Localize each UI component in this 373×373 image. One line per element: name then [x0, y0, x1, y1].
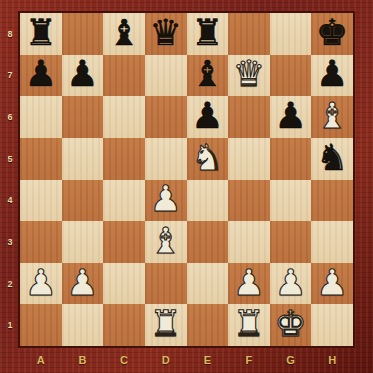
rank-label-2: 2: [0, 263, 20, 305]
piece-white-rook[interactable]: ♜: [150, 306, 182, 342]
square-f7[interactable]: ♛: [228, 55, 270, 97]
square-g7[interactable]: [270, 55, 312, 97]
square-b1[interactable]: [62, 304, 104, 346]
square-a2[interactable]: ♟: [20, 263, 62, 305]
file-label-a: A: [20, 346, 62, 373]
square-e6[interactable]: ♟: [187, 96, 229, 138]
square-e3[interactable]: [187, 221, 229, 263]
square-f6[interactable]: [228, 96, 270, 138]
square-c7[interactable]: [103, 55, 145, 97]
piece-black-knight[interactable]: ♞: [316, 140, 348, 176]
piece-white-pawn[interactable]: ♟: [150, 181, 182, 217]
square-d6[interactable]: [145, 96, 187, 138]
piece-black-pawn[interactable]: ♟: [25, 56, 57, 92]
square-a3[interactable]: [20, 221, 62, 263]
square-e8[interactable]: ♜: [187, 13, 229, 55]
rank-label-8: 8: [0, 13, 20, 55]
rank-label-3: 3: [0, 221, 20, 263]
piece-black-pawn[interactable]: ♟: [66, 56, 98, 92]
square-e5[interactable]: ♞: [187, 138, 229, 180]
square-d1[interactable]: ♜: [145, 304, 187, 346]
square-f3[interactable]: [228, 221, 270, 263]
piece-black-pawn[interactable]: ♟: [191, 98, 223, 134]
square-g3[interactable]: [270, 221, 312, 263]
square-h7[interactable]: ♟: [311, 55, 353, 97]
square-g4[interactable]: [270, 180, 312, 222]
square-d8[interactable]: ♛: [145, 13, 187, 55]
piece-black-bishop[interactable]: ♝: [108, 15, 140, 51]
square-c8[interactable]: ♝: [103, 13, 145, 55]
square-g1[interactable]: ♚: [270, 304, 312, 346]
file-label-e: E: [187, 346, 229, 373]
square-b7[interactable]: ♟: [62, 55, 104, 97]
square-e1[interactable]: [187, 304, 229, 346]
rank-label-5: 5: [0, 138, 20, 180]
square-h1[interactable]: [311, 304, 353, 346]
file-label-h: H: [311, 346, 353, 373]
piece-white-king[interactable]: ♚: [274, 306, 306, 342]
square-h4[interactable]: [311, 180, 353, 222]
square-h2[interactable]: ♟: [311, 263, 353, 305]
rank-labels: 87654321: [0, 13, 20, 346]
piece-white-bishop[interactable]: ♝: [150, 223, 182, 259]
square-b2[interactable]: ♟: [62, 263, 104, 305]
square-a7[interactable]: ♟: [20, 55, 62, 97]
file-label-d: D: [145, 346, 187, 373]
file-label-b: B: [62, 346, 104, 373]
square-b3[interactable]: [62, 221, 104, 263]
square-c6[interactable]: [103, 96, 145, 138]
rank-label-7: 7: [0, 55, 20, 97]
square-c2[interactable]: [103, 263, 145, 305]
piece-black-pawn[interactable]: ♟: [274, 98, 306, 134]
piece-white-queen[interactable]: ♛: [233, 56, 265, 92]
square-g5[interactable]: [270, 138, 312, 180]
square-h3[interactable]: [311, 221, 353, 263]
piece-white-knight[interactable]: ♞: [191, 140, 223, 176]
rank-label-4: 4: [0, 180, 20, 222]
file-label-g: G: [270, 346, 312, 373]
square-b4[interactable]: [62, 180, 104, 222]
square-e4[interactable]: [187, 180, 229, 222]
square-a4[interactable]: [20, 180, 62, 222]
square-e7[interactable]: ♝: [187, 55, 229, 97]
square-a1[interactable]: [20, 304, 62, 346]
square-d4[interactable]: ♟: [145, 180, 187, 222]
square-a6[interactable]: [20, 96, 62, 138]
chess-board: ♜♝♛♜♚♟♟♝♛♟♟♟♝♞♞♟♝♟♟♟♟♟♜♜♚: [20, 13, 353, 346]
square-b8[interactable]: [62, 13, 104, 55]
piece-white-pawn[interactable]: ♟: [25, 265, 57, 301]
square-c1[interactable]: [103, 304, 145, 346]
piece-black-rook[interactable]: ♜: [25, 15, 57, 51]
square-a5[interactable]: [20, 138, 62, 180]
square-d2[interactable]: [145, 263, 187, 305]
square-h5[interactable]: ♞: [311, 138, 353, 180]
piece-white-pawn[interactable]: ♟: [274, 265, 306, 301]
chess-board-screenshot: 87654321 ABCDEFGH ♜♝♛♜♚♟♟♝♛♟♟♟♝♞♞♟♝♟♟♟♟♟…: [0, 0, 373, 373]
square-f4[interactable]: [228, 180, 270, 222]
square-f8[interactable]: [228, 13, 270, 55]
square-d5[interactable]: [145, 138, 187, 180]
square-h6[interactable]: ♝: [311, 96, 353, 138]
square-f5[interactable]: [228, 138, 270, 180]
piece-white-pawn[interactable]: ♟: [66, 265, 98, 301]
piece-black-queen[interactable]: ♛: [150, 15, 182, 51]
square-a8[interactable]: ♜: [20, 13, 62, 55]
square-g2[interactable]: ♟: [270, 263, 312, 305]
file-labels: ABCDEFGH: [20, 346, 353, 373]
square-c4[interactable]: [103, 180, 145, 222]
square-h8[interactable]: ♚: [311, 13, 353, 55]
file-label-c: C: [103, 346, 145, 373]
square-e2[interactable]: [187, 263, 229, 305]
rank-label-6: 6: [0, 96, 20, 138]
square-g8[interactable]: [270, 13, 312, 55]
rank-label-1: 1: [0, 304, 20, 346]
piece-black-king[interactable]: ♚: [316, 15, 348, 51]
piece-white-pawn[interactable]: ♟: [316, 265, 348, 301]
piece-black-rook[interactable]: ♜: [191, 15, 223, 51]
square-d7[interactable]: [145, 55, 187, 97]
square-c3[interactable]: [103, 221, 145, 263]
piece-black-bishop[interactable]: ♝: [191, 56, 223, 92]
file-label-f: F: [228, 346, 270, 373]
square-g6[interactable]: ♟: [270, 96, 312, 138]
square-d3[interactable]: ♝: [145, 221, 187, 263]
square-b5[interactable]: [62, 138, 104, 180]
square-f1[interactable]: ♜: [228, 304, 270, 346]
piece-black-pawn[interactable]: ♟: [316, 56, 348, 92]
piece-white-rook[interactable]: ♜: [233, 306, 265, 342]
square-c5[interactable]: [103, 138, 145, 180]
piece-white-bishop[interactable]: ♝: [316, 98, 348, 134]
piece-white-pawn[interactable]: ♟: [233, 265, 265, 301]
square-f2[interactable]: ♟: [228, 263, 270, 305]
square-b6[interactable]: [62, 96, 104, 138]
